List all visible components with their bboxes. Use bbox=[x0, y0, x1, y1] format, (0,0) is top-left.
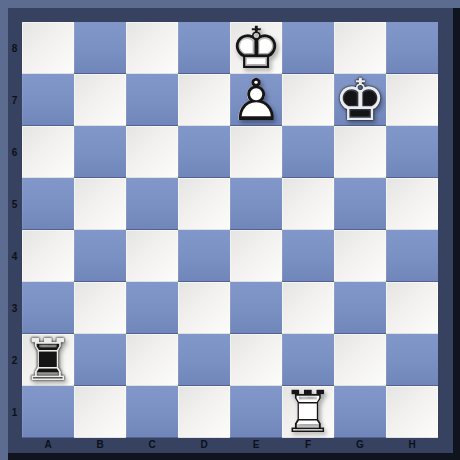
square-e1[interactable] bbox=[230, 386, 282, 438]
square-c6[interactable] bbox=[126, 126, 178, 178]
square-d2[interactable] bbox=[178, 334, 230, 386]
square-h7[interactable] bbox=[386, 74, 438, 126]
file-label-h: H bbox=[386, 437, 438, 452]
rank-label-4: 4 bbox=[7, 230, 22, 282]
square-d7[interactable] bbox=[178, 74, 230, 126]
square-h5[interactable] bbox=[386, 178, 438, 230]
square-a5[interactable] bbox=[22, 178, 74, 230]
square-a1[interactable] bbox=[22, 386, 74, 438]
rank-label-5: 5 bbox=[7, 178, 22, 230]
file-label-f: F bbox=[282, 437, 334, 452]
square-c1[interactable] bbox=[126, 386, 178, 438]
square-g2[interactable] bbox=[334, 334, 386, 386]
square-f5[interactable] bbox=[282, 178, 334, 230]
square-a4[interactable] bbox=[22, 230, 74, 282]
square-c3[interactable] bbox=[126, 282, 178, 334]
square-g7[interactable]: ♚♔ bbox=[334, 74, 386, 126]
square-d5[interactable] bbox=[178, 178, 230, 230]
piece-black-rook[interactable]: ♜♖ bbox=[22, 334, 74, 386]
square-f1[interactable]: ♜♖ bbox=[282, 386, 334, 438]
square-h3[interactable] bbox=[386, 282, 438, 334]
chess-board: ♚♔♟♙♚♔♜♖♜♖ bbox=[22, 22, 438, 438]
square-c4[interactable] bbox=[126, 230, 178, 282]
square-b1[interactable] bbox=[74, 386, 126, 438]
square-g5[interactable] bbox=[334, 178, 386, 230]
board-frame: ♚♔♟♙♚♔♜♖♜♖ 87654321 ABCDEFGH bbox=[0, 0, 460, 460]
square-d8[interactable] bbox=[178, 22, 230, 74]
black-king-outline-glyph: ♔ bbox=[334, 74, 386, 126]
file-label-a: A bbox=[22, 437, 74, 452]
square-a8[interactable] bbox=[22, 22, 74, 74]
square-a6[interactable] bbox=[22, 126, 74, 178]
square-g4[interactable] bbox=[334, 230, 386, 282]
square-c5[interactable] bbox=[126, 178, 178, 230]
file-label-e: E bbox=[230, 437, 282, 452]
rank-label-7: 7 bbox=[7, 74, 22, 126]
square-b5[interactable] bbox=[74, 178, 126, 230]
square-a2[interactable]: ♜♖ bbox=[22, 334, 74, 386]
rank-labels: 87654321 bbox=[7, 22, 22, 438]
file-label-b: B bbox=[74, 437, 126, 452]
square-d4[interactable] bbox=[178, 230, 230, 282]
square-f6[interactable] bbox=[282, 126, 334, 178]
rank-label-6: 6 bbox=[7, 126, 22, 178]
square-c7[interactable] bbox=[126, 74, 178, 126]
square-e7[interactable]: ♟♙ bbox=[230, 74, 282, 126]
square-c2[interactable] bbox=[126, 334, 178, 386]
square-e2[interactable] bbox=[230, 334, 282, 386]
rank-label-3: 3 bbox=[7, 282, 22, 334]
file-label-c: C bbox=[126, 437, 178, 452]
square-h6[interactable] bbox=[386, 126, 438, 178]
square-f8[interactable] bbox=[282, 22, 334, 74]
square-c8[interactable] bbox=[126, 22, 178, 74]
square-h1[interactable] bbox=[386, 386, 438, 438]
square-b6[interactable] bbox=[74, 126, 126, 178]
square-g6[interactable] bbox=[334, 126, 386, 178]
square-d6[interactable] bbox=[178, 126, 230, 178]
square-a7[interactable] bbox=[22, 74, 74, 126]
square-g3[interactable] bbox=[334, 282, 386, 334]
piece-white-pawn[interactable]: ♟♙ bbox=[230, 74, 282, 126]
square-e6[interactable] bbox=[230, 126, 282, 178]
square-h4[interactable] bbox=[386, 230, 438, 282]
rank-label-1: 1 bbox=[7, 386, 22, 438]
square-h2[interactable] bbox=[386, 334, 438, 386]
square-e3[interactable] bbox=[230, 282, 282, 334]
square-d1[interactable] bbox=[178, 386, 230, 438]
white-rook-outline-glyph: ♖ bbox=[282, 386, 334, 438]
black-rook-outline-glyph: ♖ bbox=[22, 334, 74, 386]
square-g1[interactable] bbox=[334, 386, 386, 438]
piece-black-king[interactable]: ♚♔ bbox=[334, 74, 386, 126]
square-f4[interactable] bbox=[282, 230, 334, 282]
square-b3[interactable] bbox=[74, 282, 126, 334]
square-b7[interactable] bbox=[74, 74, 126, 126]
white-pawn-outline-glyph: ♙ bbox=[230, 74, 282, 126]
square-f7[interactable] bbox=[282, 74, 334, 126]
square-b4[interactable] bbox=[74, 230, 126, 282]
square-b8[interactable] bbox=[74, 22, 126, 74]
file-labels: ABCDEFGH bbox=[22, 437, 438, 452]
square-d3[interactable] bbox=[178, 282, 230, 334]
square-f3[interactable] bbox=[282, 282, 334, 334]
rank-label-2: 2 bbox=[7, 334, 22, 386]
piece-white-rook[interactable]: ♜♖ bbox=[282, 386, 334, 438]
square-e4[interactable] bbox=[230, 230, 282, 282]
square-b2[interactable] bbox=[74, 334, 126, 386]
file-label-g: G bbox=[334, 437, 386, 452]
square-h8[interactable] bbox=[386, 22, 438, 74]
square-e5[interactable] bbox=[230, 178, 282, 230]
file-label-d: D bbox=[178, 437, 230, 452]
rank-label-8: 8 bbox=[7, 22, 22, 74]
